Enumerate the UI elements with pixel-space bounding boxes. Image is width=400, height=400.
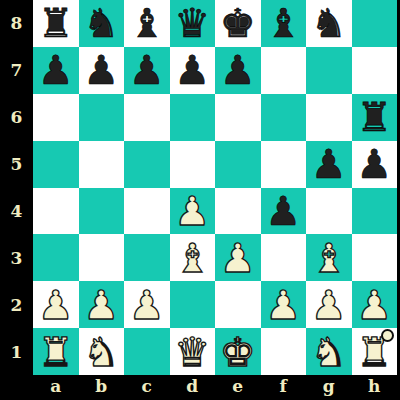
square-b2[interactable]: ♟ [79, 281, 125, 328]
square-a4[interactable] [33, 188, 79, 235]
square-c8[interactable]: ♝ [124, 0, 170, 47]
square-e8[interactable]: ♚ [215, 0, 261, 47]
square-g2[interactable]: ♟ [306, 281, 352, 328]
square-e6[interactable] [215, 94, 261, 141]
square-c7[interactable]: ♟ [124, 47, 170, 94]
piece-black-bishop[interactable]: ♝ [265, 3, 301, 43]
piece-white-pawn[interactable]: ♟ [129, 285, 165, 325]
square-e7[interactable]: ♟ [215, 47, 261, 94]
square-h4[interactable] [352, 188, 398, 235]
square-a8[interactable]: ♜ [33, 0, 79, 47]
square-c3[interactable] [124, 234, 170, 281]
square-g7[interactable] [306, 47, 352, 94]
piece-black-rook[interactable]: ♜ [356, 97, 392, 137]
square-d7[interactable]: ♟ [170, 47, 216, 94]
square-f8[interactable]: ♝ [261, 0, 307, 47]
square-c2[interactable]: ♟ [124, 281, 170, 328]
piece-white-pawn[interactable]: ♟ [265, 285, 301, 325]
square-a3[interactable] [33, 234, 79, 281]
square-f5[interactable] [261, 141, 307, 188]
square-h8[interactable] [352, 0, 398, 47]
square-e3[interactable]: ♟ [215, 234, 261, 281]
square-a6[interactable] [33, 94, 79, 141]
piece-black-knight[interactable]: ♞ [83, 3, 119, 43]
piece-white-pawn[interactable]: ♟ [220, 238, 256, 278]
square-c6[interactable] [124, 94, 170, 141]
piece-white-knight[interactable]: ♞ [311, 332, 347, 372]
square-b4[interactable] [79, 188, 125, 235]
rank-label-5: 5 [0, 141, 33, 188]
rank-label-8: 8 [0, 0, 33, 47]
square-d3[interactable]: ♝ [170, 234, 216, 281]
square-f4[interactable]: ♟ [261, 188, 307, 235]
square-h7[interactable] [352, 47, 398, 94]
file-label-f: f [261, 375, 307, 400]
file-label-d: d [170, 375, 216, 400]
square-h5[interactable]: ♟ [352, 141, 398, 188]
piece-black-queen[interactable]: ♛ [174, 3, 210, 43]
file-labels: abcdefgh [33, 375, 397, 400]
square-a1[interactable]: ♜ [33, 328, 79, 375]
piece-black-pawn[interactable]: ♟ [356, 144, 392, 184]
file-label-b: b [79, 375, 125, 400]
square-a2[interactable]: ♟ [33, 281, 79, 328]
piece-white-king[interactable]: ♚ [220, 332, 256, 372]
square-g5[interactable]: ♟ [306, 141, 352, 188]
square-b7[interactable]: ♟ [79, 47, 125, 94]
square-d4[interactable]: ♟ [170, 188, 216, 235]
piece-black-pawn[interactable]: ♟ [38, 50, 74, 90]
square-b6[interactable] [79, 94, 125, 141]
square-e4[interactable] [215, 188, 261, 235]
file-label-g: g [306, 375, 352, 400]
square-h1[interactable]: ♜ [352, 328, 398, 375]
file-label-a: a [33, 375, 79, 400]
rank-label-1: 1 [0, 328, 33, 375]
piece-black-king[interactable]: ♚ [220, 3, 256, 43]
piece-white-pawn[interactable]: ♟ [38, 285, 74, 325]
square-c5[interactable] [124, 141, 170, 188]
square-c1[interactable] [124, 328, 170, 375]
square-g3[interactable]: ♝ [306, 234, 352, 281]
file-label-c: c [124, 375, 170, 400]
square-b3[interactable] [79, 234, 125, 281]
piece-black-rook[interactable]: ♜ [38, 3, 74, 43]
rank-label-3: 3 [0, 234, 33, 281]
piece-white-pawn[interactable]: ♟ [83, 285, 119, 325]
piece-black-pawn[interactable]: ♟ [83, 50, 119, 90]
square-d8[interactable]: ♛ [170, 0, 216, 47]
piece-white-pawn[interactable]: ♟ [356, 285, 392, 325]
piece-white-rook[interactable]: ♜ [38, 332, 74, 372]
piece-white-pawn[interactable]: ♟ [311, 285, 347, 325]
piece-black-pawn[interactable]: ♟ [174, 50, 210, 90]
square-f6[interactable] [261, 94, 307, 141]
rank-label-7: 7 [0, 47, 33, 94]
piece-white-knight[interactable]: ♞ [83, 332, 119, 372]
piece-white-bishop[interactable]: ♝ [174, 238, 210, 278]
square-b5[interactable] [79, 141, 125, 188]
piece-black-pawn[interactable]: ♟ [311, 144, 347, 184]
square-f7[interactable] [261, 47, 307, 94]
square-g6[interactable] [306, 94, 352, 141]
square-b8[interactable]: ♞ [79, 0, 125, 47]
square-g4[interactable] [306, 188, 352, 235]
square-e2[interactable] [215, 281, 261, 328]
square-e5[interactable] [215, 141, 261, 188]
square-g1[interactable]: ♞ [306, 328, 352, 375]
square-a5[interactable] [33, 141, 79, 188]
square-h3[interactable] [352, 234, 398, 281]
chess-board-frame: 87654321 ♜♞♝♛♚♝♞♟♟♟♟♟♜♟♟♟♟♝♟♝♟♟♟♟♟♟♜♞♛♚♞… [0, 0, 400, 400]
square-e1[interactable]: ♚ [215, 328, 261, 375]
square-d2[interactable] [170, 281, 216, 328]
square-a7[interactable]: ♟ [33, 47, 79, 94]
square-d5[interactable] [170, 141, 216, 188]
piece-black-knight[interactable]: ♞ [311, 3, 347, 43]
square-b1[interactable]: ♞ [79, 328, 125, 375]
square-d1[interactable]: ♛ [170, 328, 216, 375]
piece-black-bishop[interactable]: ♝ [129, 3, 165, 43]
square-f1[interactable] [261, 328, 307, 375]
square-g8[interactable]: ♞ [306, 0, 352, 47]
piece-black-pawn[interactable]: ♟ [220, 50, 256, 90]
rank-labels: 87654321 [0, 0, 33, 375]
square-h2[interactable]: ♟ [352, 281, 398, 328]
square-f2[interactable]: ♟ [261, 281, 307, 328]
piece-white-pawn[interactable]: ♟ [174, 191, 210, 231]
square-h6[interactable]: ♜ [352, 94, 398, 141]
square-f3[interactable] [261, 234, 307, 281]
rank-label-4: 4 [0, 188, 33, 235]
square-d6[interactable] [170, 94, 216, 141]
rank-label-2: 2 [0, 281, 33, 328]
rank-label-6: 6 [0, 94, 33, 141]
file-label-h: h [352, 375, 398, 400]
chess-board: ♜♞♝♛♚♝♞♟♟♟♟♟♜♟♟♟♟♝♟♝♟♟♟♟♟♟♜♞♛♚♞♜ [33, 0, 397, 375]
file-label-e: e [215, 375, 261, 400]
piece-white-queen[interactable]: ♛ [174, 332, 210, 372]
piece-white-bishop[interactable]: ♝ [311, 238, 347, 278]
square-c4[interactable] [124, 188, 170, 235]
piece-black-pawn[interactable]: ♟ [129, 50, 165, 90]
piece-black-pawn[interactable]: ♟ [265, 191, 301, 231]
